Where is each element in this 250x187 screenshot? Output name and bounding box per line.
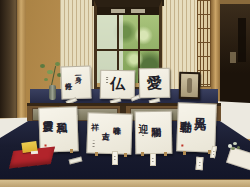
easel-foot [141,152,144,156]
hanging-object [238,18,246,62]
name-tag [150,153,156,166]
calligraphy-board-lower-1: 和風 慶雲 [38,106,79,152]
calligraphy-text: 愛 [142,71,167,95]
easel-foot [164,152,167,156]
seal-stamp [181,144,183,146]
calligraphy-text: 光風 動春 [179,105,206,149]
alcove-highlight [230,52,236,63]
calligraphy-board-lower-3: 陽和 迎 [135,111,173,155]
branch-leaf [40,64,45,68]
calligraphy-exhibit-photo: 一身 軽舟 仏 愛 和風 慶雲 [0,0,250,187]
flower-leaf [231,147,235,150]
white-shells [31,151,38,155]
calligraphy-board-upper-3: 愛 [139,68,171,99]
calligraphy-board-lower-2: 味春 走古 祥 [86,112,132,155]
branch-leaf [44,78,48,81]
left-dark-alcove [0,0,18,118]
right-lintel [219,0,250,4]
signature-marks [106,77,108,84]
signature-marks [142,130,144,137]
white-flower [233,142,237,145]
wood-floor-edge [0,179,250,187]
name-tag [112,151,118,165]
left-wood-post [17,0,26,130]
flower-vase [49,85,56,100]
branch-leaf [47,70,53,74]
window-transom [97,7,159,15]
easel-foot [70,149,73,153]
easel-foot [183,151,186,155]
name-tag [196,157,204,170]
picture-figure [187,78,192,93]
easel-foot [124,153,127,157]
window-rail [97,49,159,51]
framed-picture-image [181,74,198,97]
easel-foot [95,152,98,156]
calligraphy-board-upper-2: 仏 [100,70,136,100]
flower-leaf [237,146,240,149]
calligraphy-text: 一身 軽舟 [64,69,82,97]
seal-stamp [45,144,47,146]
calligraphy-board-lower-4: 光風 動春 [176,102,217,152]
branch-leaf [55,62,60,66]
framed-picture [179,72,200,99]
calligraphy-board-upper-1: 一身 軽舟 [60,65,91,99]
signature-marks [93,140,95,147]
branch-stem [51,66,56,86]
